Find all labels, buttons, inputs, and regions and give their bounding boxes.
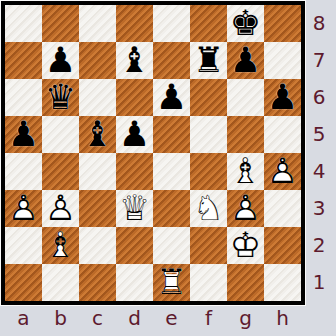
piece-glyph: ♟ bbox=[5, 116, 42, 153]
square-a8[interactable] bbox=[5, 5, 42, 42]
piece-glyph: ♟ bbox=[264, 79, 301, 116]
piece-white-pawn[interactable]: ♟♙ bbox=[264, 153, 301, 190]
piece-white-pawn[interactable]: ♟♙ bbox=[227, 190, 264, 227]
rank-label-7: 7 bbox=[306, 42, 332, 79]
square-d1[interactable] bbox=[116, 264, 153, 301]
rank-label-3: 3 bbox=[306, 190, 332, 227]
piece-black-pawn[interactable]: ♟ bbox=[264, 79, 301, 116]
square-g4[interactable]: ♝♗ bbox=[227, 153, 264, 190]
square-c2[interactable] bbox=[79, 227, 116, 264]
square-e7[interactable] bbox=[153, 42, 190, 79]
piece-black-pawn[interactable]: ♟ bbox=[153, 79, 190, 116]
square-e8[interactable] bbox=[153, 5, 190, 42]
file-label-b: b bbox=[42, 304, 79, 332]
square-g5[interactable] bbox=[227, 116, 264, 153]
file-label-e: e bbox=[153, 304, 190, 332]
square-c4[interactable] bbox=[79, 153, 116, 190]
file-label-g: g bbox=[227, 304, 264, 332]
piece-black-queen[interactable]: ♛ bbox=[42, 79, 79, 116]
rank-label-6: 6 bbox=[306, 79, 332, 116]
piece-black-bishop[interactable]: ♝ bbox=[116, 42, 153, 79]
square-c3[interactable] bbox=[79, 190, 116, 227]
piece-outline-glyph: ♖ bbox=[153, 264, 190, 301]
piece-black-pawn[interactable]: ♟ bbox=[227, 42, 264, 79]
piece-white-queen[interactable]: ♛♕ bbox=[116, 190, 153, 227]
square-g2[interactable]: ♚♔ bbox=[227, 227, 264, 264]
square-b1[interactable] bbox=[42, 264, 79, 301]
piece-white-king[interactable]: ♚♔ bbox=[227, 227, 264, 264]
square-f7[interactable]: ♜ bbox=[190, 42, 227, 79]
square-e3[interactable] bbox=[153, 190, 190, 227]
square-e5[interactable] bbox=[153, 116, 190, 153]
file-label-f: f bbox=[190, 304, 227, 332]
piece-glyph: ♚ bbox=[227, 5, 264, 42]
square-g3[interactable]: ♟♙ bbox=[227, 190, 264, 227]
piece-white-bishop[interactable]: ♝♗ bbox=[227, 153, 264, 190]
chess-board: ♚♟♝♜♟♛♟♟♟♝♟♝♗♟♙♟♙♟♙♛♕♞♘♟♙♝♗♚♔♜♖ bbox=[1, 1, 305, 305]
square-d2[interactable] bbox=[116, 227, 153, 264]
rank-label-4: 4 bbox=[306, 153, 332, 190]
square-f6[interactable] bbox=[190, 79, 227, 116]
piece-outline-glyph: ♙ bbox=[42, 190, 79, 227]
square-g6[interactable] bbox=[227, 79, 264, 116]
square-d3[interactable]: ♛♕ bbox=[116, 190, 153, 227]
square-e1[interactable]: ♜♖ bbox=[153, 264, 190, 301]
piece-white-pawn[interactable]: ♟♙ bbox=[42, 190, 79, 227]
piece-glyph: ♝ bbox=[79, 116, 116, 153]
square-h8[interactable] bbox=[264, 5, 301, 42]
piece-black-king[interactable]: ♚ bbox=[227, 5, 264, 42]
square-d5[interactable]: ♟ bbox=[116, 116, 153, 153]
square-f2[interactable] bbox=[190, 227, 227, 264]
piece-white-rook[interactable]: ♜♖ bbox=[153, 264, 190, 301]
square-e4[interactable] bbox=[153, 153, 190, 190]
piece-outline-glyph: ♙ bbox=[227, 190, 264, 227]
square-c7[interactable] bbox=[79, 42, 116, 79]
square-d8[interactable] bbox=[116, 5, 153, 42]
file-label-a: a bbox=[5, 304, 42, 332]
piece-white-pawn[interactable]: ♟♙ bbox=[5, 190, 42, 227]
square-g8[interactable]: ♚ bbox=[227, 5, 264, 42]
square-a2[interactable] bbox=[5, 227, 42, 264]
square-a3[interactable]: ♟♙ bbox=[5, 190, 42, 227]
square-b8[interactable] bbox=[42, 5, 79, 42]
square-d4[interactable] bbox=[116, 153, 153, 190]
square-a5[interactable]: ♟ bbox=[5, 116, 42, 153]
piece-outline-glyph: ♙ bbox=[264, 153, 301, 190]
square-b6[interactable]: ♛ bbox=[42, 79, 79, 116]
square-f5[interactable] bbox=[190, 116, 227, 153]
square-b7[interactable]: ♟ bbox=[42, 42, 79, 79]
square-f4[interactable] bbox=[190, 153, 227, 190]
piece-outline-glyph: ♗ bbox=[42, 227, 79, 264]
piece-glyph: ♛ bbox=[42, 79, 79, 116]
piece-outline-glyph: ♙ bbox=[5, 190, 42, 227]
square-a7[interactable] bbox=[5, 42, 42, 79]
square-h2[interactable] bbox=[264, 227, 301, 264]
square-a6[interactable] bbox=[5, 79, 42, 116]
square-d7[interactable]: ♝ bbox=[116, 42, 153, 79]
piece-outline-glyph: ♘ bbox=[190, 190, 227, 227]
square-b5[interactable] bbox=[42, 116, 79, 153]
piece-glyph: ♜ bbox=[190, 42, 227, 79]
square-g7[interactable]: ♟ bbox=[227, 42, 264, 79]
square-h4[interactable]: ♟♙ bbox=[264, 153, 301, 190]
square-f3[interactable]: ♞♘ bbox=[190, 190, 227, 227]
rank-label-1: 1 bbox=[306, 264, 332, 301]
rank-label-5: 5 bbox=[306, 116, 332, 153]
square-a4[interactable] bbox=[5, 153, 42, 190]
square-c1[interactable] bbox=[79, 264, 116, 301]
square-e6[interactable]: ♟ bbox=[153, 79, 190, 116]
piece-outline-glyph: ♔ bbox=[227, 227, 264, 264]
square-h7[interactable] bbox=[264, 42, 301, 79]
square-a1[interactable] bbox=[5, 264, 42, 301]
square-f8[interactable] bbox=[190, 5, 227, 42]
square-h5[interactable] bbox=[264, 116, 301, 153]
square-e2[interactable] bbox=[153, 227, 190, 264]
square-h1[interactable] bbox=[264, 264, 301, 301]
piece-black-pawn[interactable]: ♟ bbox=[5, 116, 42, 153]
piece-black-rook[interactable]: ♜ bbox=[190, 42, 227, 79]
rank-label-8: 8 bbox=[306, 5, 332, 42]
square-b4[interactable] bbox=[42, 153, 79, 190]
piece-glyph: ♟ bbox=[227, 42, 264, 79]
square-b2[interactable]: ♝♗ bbox=[42, 227, 79, 264]
piece-glyph: ♟ bbox=[153, 79, 190, 116]
piece-glyph: ♝ bbox=[116, 42, 153, 79]
square-c5[interactable]: ♝ bbox=[79, 116, 116, 153]
piece-white-bishop[interactable]: ♝♗ bbox=[42, 227, 79, 264]
piece-black-bishop[interactable]: ♝ bbox=[79, 116, 116, 153]
file-label-c: c bbox=[79, 304, 116, 332]
square-c8[interactable] bbox=[79, 5, 116, 42]
chess-diagram: ♚♟♝♜♟♛♟♟♟♝♟♝♗♟♙♟♙♟♙♛♕♞♘♟♙♝♗♚♔♜♖ abcdefgh… bbox=[0, 0, 336, 336]
piece-white-knight[interactable]: ♞♘ bbox=[190, 190, 227, 227]
piece-glyph: ♟ bbox=[42, 42, 79, 79]
square-f1[interactable] bbox=[190, 264, 227, 301]
square-g1[interactable] bbox=[227, 264, 264, 301]
piece-outline-glyph: ♗ bbox=[227, 153, 264, 190]
square-b3[interactable]: ♟♙ bbox=[42, 190, 79, 227]
square-d6[interactable] bbox=[116, 79, 153, 116]
piece-black-pawn[interactable]: ♟ bbox=[116, 116, 153, 153]
square-c6[interactable] bbox=[79, 79, 116, 116]
piece-black-pawn[interactable]: ♟ bbox=[42, 42, 79, 79]
piece-glyph: ♟ bbox=[116, 116, 153, 153]
file-label-h: h bbox=[264, 304, 301, 332]
square-h3[interactable] bbox=[264, 190, 301, 227]
file-label-d: d bbox=[116, 304, 153, 332]
rank-label-2: 2 bbox=[306, 227, 332, 264]
square-h6[interactable]: ♟ bbox=[264, 79, 301, 116]
piece-outline-glyph: ♕ bbox=[116, 190, 153, 227]
